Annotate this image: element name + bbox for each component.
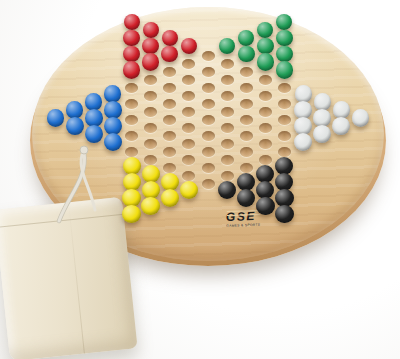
marble-blue[interactable] — [104, 85, 121, 102]
hole[interactable] — [221, 59, 234, 69]
hole[interactable] — [125, 83, 138, 93]
marble-red[interactable] — [161, 46, 178, 63]
marble-black[interactable] — [237, 189, 256, 208]
brand-tagline: GAMES & SPORTS — [226, 223, 260, 227]
marble-green[interactable] — [276, 14, 293, 31]
hole[interactable] — [163, 131, 176, 141]
hole[interactable] — [240, 99, 253, 109]
marble-yellow[interactable] — [141, 197, 160, 216]
hole[interactable] — [163, 115, 176, 125]
marble-green[interactable] — [276, 46, 293, 63]
hole[interactable] — [240, 83, 253, 93]
marble-green[interactable] — [257, 22, 274, 39]
hole[interactable] — [144, 91, 157, 101]
marble-black[interactable] — [218, 181, 237, 200]
hole[interactable] — [240, 67, 253, 77]
product-photo-scene: GSE™ GAMES & SPORTS — [0, 0, 400, 359]
hole[interactable] — [240, 163, 253, 173]
marble-green[interactable] — [257, 53, 274, 70]
hole[interactable] — [144, 107, 157, 117]
hole[interactable] — [259, 155, 272, 165]
marble-red[interactable] — [123, 61, 140, 78]
hole[interactable] — [182, 171, 195, 181]
hole[interactable] — [221, 171, 234, 181]
marble-red[interactable] — [124, 14, 141, 31]
hole[interactable] — [125, 115, 138, 125]
hole[interactable] — [202, 179, 215, 189]
hole[interactable] — [240, 115, 253, 125]
hole[interactable] — [259, 139, 272, 149]
hole[interactable] — [259, 75, 272, 85]
hole[interactable] — [202, 99, 215, 109]
hole[interactable] — [182, 123, 195, 133]
marble-red[interactable] — [142, 38, 159, 55]
hole[interactable] — [202, 115, 215, 125]
hole[interactable] — [221, 107, 234, 117]
marble-green[interactable] — [257, 38, 274, 55]
marble-black[interactable] — [275, 205, 294, 224]
marble-white[interactable] — [294, 133, 312, 151]
hole[interactable] — [144, 75, 157, 85]
marble-green[interactable] — [276, 61, 293, 78]
hole[interactable] — [259, 123, 272, 133]
marble-yellow[interactable] — [122, 205, 141, 224]
hole[interactable] — [144, 123, 157, 133]
hole[interactable] — [278, 115, 291, 125]
brand-name: GSE — [226, 210, 256, 223]
hole[interactable] — [202, 163, 215, 173]
hole[interactable] — [221, 91, 234, 101]
hole[interactable] — [202, 51, 215, 61]
marble-red[interactable] — [123, 46, 140, 63]
hole[interactable] — [163, 163, 176, 173]
bag-fold — [68, 202, 85, 353]
hole[interactable] — [202, 67, 215, 77]
marble-red[interactable] — [123, 30, 140, 47]
marble-blue[interactable] — [66, 117, 84, 135]
marble-red[interactable] — [162, 30, 179, 47]
bag-hem — [0, 214, 124, 228]
marble-green[interactable] — [219, 38, 236, 55]
hole[interactable] — [182, 59, 195, 69]
hole[interactable] — [221, 155, 234, 165]
marble-red[interactable] — [142, 53, 159, 70]
hole[interactable] — [240, 131, 253, 141]
hole[interactable] — [163, 67, 176, 77]
marble-black[interactable] — [256, 197, 275, 216]
hole[interactable] — [182, 155, 195, 165]
hole[interactable] — [278, 147, 291, 157]
hole[interactable] — [259, 91, 272, 101]
hole[interactable] — [221, 139, 234, 149]
marble-blue[interactable] — [85, 93, 103, 111]
hole[interactable] — [125, 147, 138, 157]
marble-blue[interactable] — [47, 109, 65, 127]
marble-white[interactable] — [332, 117, 350, 135]
hole[interactable] — [278, 99, 291, 109]
storage-bag — [0, 197, 138, 359]
hole[interactable] — [202, 131, 215, 141]
hole[interactable] — [202, 83, 215, 93]
hole[interactable] — [182, 107, 195, 117]
hole[interactable] — [278, 83, 291, 93]
marble-green[interactable] — [238, 46, 255, 63]
hole[interactable] — [182, 91, 195, 101]
marble-blue[interactable] — [104, 133, 122, 151]
hole[interactable] — [163, 147, 176, 157]
hole[interactable] — [278, 131, 291, 141]
marble-red[interactable] — [143, 22, 160, 39]
marble-red[interactable] — [181, 38, 198, 55]
hole[interactable] — [144, 155, 157, 165]
marble-yellow[interactable] — [180, 181, 199, 200]
marble-yellow[interactable] — [161, 189, 180, 208]
hole[interactable] — [259, 107, 272, 117]
hole[interactable] — [202, 147, 215, 157]
marble-blue[interactable] — [85, 125, 103, 143]
marble-white[interactable] — [314, 93, 332, 111]
marble-white[interactable] — [295, 85, 312, 102]
hole[interactable] — [163, 99, 176, 109]
hole[interactable] — [221, 75, 234, 85]
hole[interactable] — [221, 123, 234, 133]
marble-green[interactable] — [238, 30, 255, 47]
hole[interactable] — [182, 139, 195, 149]
hole[interactable] — [163, 83, 176, 93]
marble-white[interactable] — [352, 109, 370, 127]
hole[interactable] — [182, 75, 195, 85]
marble-green[interactable] — [276, 30, 293, 47]
hole[interactable] — [125, 99, 138, 109]
marble-white[interactable] — [313, 125, 331, 143]
hole[interactable] — [240, 147, 253, 157]
hole[interactable] — [125, 131, 138, 141]
hole[interactable] — [144, 139, 157, 149]
